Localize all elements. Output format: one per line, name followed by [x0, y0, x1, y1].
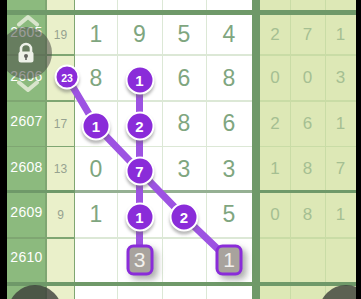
- chain-chip-1[interactable]: 1: [125, 202, 154, 231]
- puzzle-app-screen: 2605191954271260686800326071786261260813…: [0, 0, 361, 299]
- selection-chains: [0, 0, 361, 299]
- chevron-down-icon[interactable]: [16, 80, 40, 93]
- pending-tile-3[interactable]: 3: [126, 244, 153, 275]
- pending-tile-1[interactable]: 1: [216, 244, 243, 275]
- chain-chip-1[interactable]: 1: [125, 66, 154, 95]
- chain-chip-1[interactable]: 1: [82, 111, 111, 140]
- left-letterbox: [0, 0, 7, 299]
- chevron-up-icon[interactable]: [16, 14, 40, 27]
- chain-chip-7[interactable]: 7: [125, 157, 154, 186]
- chain-chip-2[interactable]: 2: [125, 111, 154, 140]
- locked-rows-button[interactable]: [0, 27, 52, 79]
- chain-chip-2[interactable]: 2: [170, 202, 199, 231]
- clue-chip-23[interactable]: 23: [55, 65, 80, 90]
- right-letterbox: [356, 0, 361, 299]
- lock-icon: [13, 40, 39, 66]
